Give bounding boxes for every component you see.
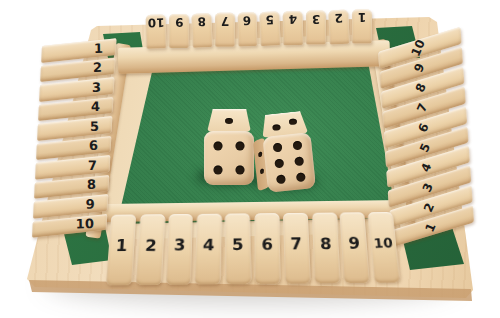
tile-bottom-5[interactable]: 5	[225, 213, 252, 284]
tile-top-9[interactable]: 9	[169, 14, 189, 48]
pip	[276, 174, 286, 184]
die-1-top-face-value-1	[207, 109, 251, 132]
tile-number: 2	[93, 61, 102, 74]
pip	[292, 141, 302, 151]
tile-number: 5	[266, 14, 275, 26]
pip	[214, 165, 223, 174]
tile-top-3[interactable]: 3	[306, 11, 326, 45]
tile-bottom-7[interactable]: 7	[283, 213, 311, 284]
tile-top-2[interactable]: 2	[328, 10, 349, 45]
tile-number: 6	[416, 122, 430, 135]
die-1-front-face-value-4	[204, 131, 254, 185]
tile-top-7[interactable]: 7	[215, 13, 235, 47]
tile-number: 1	[423, 221, 437, 234]
tile-top-5[interactable]: 5	[260, 11, 281, 46]
tile-column-left: 1 2 3 4 5 6 7 8 9 10	[32, 38, 117, 238]
die-2[interactable]	[248, 107, 318, 195]
tile-row-bottom: 1 2 3 4 5 6 7 8 9 10	[106, 212, 400, 286]
tile-number: 8	[87, 178, 96, 191]
tile-number: 1	[115, 238, 128, 254]
tile-number: 3	[420, 181, 434, 194]
tile-number: 1	[358, 11, 366, 23]
pip	[275, 158, 285, 168]
tile-top-1[interactable]: 1	[352, 9, 372, 43]
tile-top-10[interactable]: 10	[146, 14, 167, 48]
tile-top-6[interactable]: 6	[237, 12, 258, 46]
tile-number: 10	[373, 236, 393, 249]
tile-number: 10	[76, 217, 94, 230]
tile-number: 2	[334, 12, 343, 24]
pip	[273, 143, 283, 153]
tile-number: 1	[94, 42, 103, 55]
pip	[258, 151, 262, 158]
tile-number: 2	[422, 201, 436, 214]
tile-number: 5	[90, 120, 99, 133]
tile-number: 5	[232, 236, 244, 252]
tile-bottom-6[interactable]: 6	[254, 213, 280, 284]
tile-top-8[interactable]: 8	[191, 13, 212, 48]
tile-number: 2	[144, 237, 157, 253]
tile-bottom-2[interactable]: 2	[135, 214, 165, 285]
pip	[236, 142, 245, 151]
tile-number: 3	[92, 81, 101, 94]
tile-number: 3	[312, 13, 320, 25]
tile-number: 7	[290, 236, 302, 252]
tile-number: 5	[418, 141, 432, 154]
die-2-front-face-value-6	[262, 132, 316, 193]
pip	[272, 124, 281, 131]
tile-row-top: 10 9 8 7 6 5 4 3 2 1	[146, 9, 373, 49]
tile-number: 4	[289, 13, 298, 25]
tile-number: 3	[174, 237, 186, 253]
tile-number: 9	[175, 16, 183, 28]
tile-number: 4	[203, 237, 215, 253]
tile-bottom-1[interactable]: 1	[106, 214, 136, 285]
tile-number: 7	[415, 102, 429, 115]
tile-number: 7	[220, 15, 228, 27]
tile-number: 6	[243, 14, 252, 26]
tile-bottom-4[interactable]: 4	[195, 214, 223, 285]
pip	[289, 118, 298, 125]
tile-number: 6	[261, 236, 273, 252]
pip	[236, 165, 245, 174]
tile-number: 9	[348, 235, 361, 251]
tile-number: 7	[88, 159, 97, 172]
tile-number: 6	[89, 139, 98, 152]
die-1[interactable]	[203, 106, 255, 186]
tile-bottom-3[interactable]: 3	[166, 214, 194, 285]
pip	[295, 172, 305, 182]
tile-number: 8	[413, 82, 427, 95]
tile-number: 8	[319, 236, 331, 252]
pip	[214, 142, 223, 151]
pip	[225, 118, 233, 124]
tile-number: 9	[412, 62, 426, 75]
shut-the-box-board-photo: 10 9 8 7 6 5 4 3 2 1 1 2 3 4 5 6 7 8 9 1…	[0, 0, 500, 318]
pip	[260, 168, 264, 175]
tile-number: 10	[147, 16, 164, 28]
tile-bottom-9[interactable]: 9	[340, 212, 370, 283]
tile-top-4[interactable]: 4	[283, 11, 304, 45]
tile-number: 4	[419, 161, 433, 174]
tile-number: 4	[91, 100, 100, 113]
tile-number: 9	[86, 197, 95, 210]
tile-number: 8	[197, 15, 206, 27]
pip	[294, 156, 304, 166]
tile-bottom-8[interactable]: 8	[312, 213, 340, 284]
tile-number: 10	[409, 38, 427, 58]
